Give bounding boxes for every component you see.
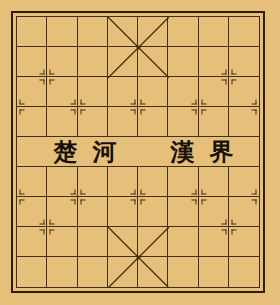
point-marker-soldier	[70, 190, 85, 205]
point-marker-soldier	[131, 190, 146, 205]
river-label-chu: 楚河	[39, 137, 132, 167]
board-cell[interactable]	[229, 257, 259, 287]
point-marker-soldier	[191, 190, 206, 205]
point-marker-cannon	[221, 220, 236, 235]
board-cell[interactable]	[78, 257, 108, 287]
point-marker-soldier	[252, 190, 267, 205]
point-marker-soldier	[191, 100, 206, 115]
board-cell[interactable]	[47, 257, 77, 287]
board-cell[interactable]	[229, 17, 259, 47]
board-cell[interactable]	[78, 47, 108, 77]
xiangqi-board: 楚河 漢界	[0, 0, 280, 305]
board-cell[interactable]	[78, 227, 108, 257]
board-cell[interactable]	[47, 17, 77, 47]
river-label-han: 漢界	[156, 137, 249, 167]
board-cell[interactable]	[17, 257, 47, 287]
point-marker-soldier	[70, 100, 85, 115]
board-cell[interactable]	[199, 17, 229, 47]
point-marker-cannon	[40, 70, 55, 85]
board-cell[interactable]	[78, 17, 108, 47]
board-cell[interactable]	[168, 47, 198, 77]
point-marker-soldier	[131, 100, 146, 115]
board-cell[interactable]	[168, 227, 198, 257]
top-palace-diagonals	[108, 17, 169, 78]
board-cell[interactable]	[168, 17, 198, 47]
point-marker-soldier	[10, 100, 25, 115]
board-cell[interactable]	[17, 17, 47, 47]
board-cell[interactable]	[168, 257, 198, 287]
bottom-palace-diagonals	[108, 227, 169, 288]
point-marker-soldier	[252, 100, 267, 115]
board-cell[interactable]	[199, 257, 229, 287]
point-marker-cannon	[40, 220, 55, 235]
point-marker-soldier	[10, 190, 25, 205]
point-marker-cannon	[221, 70, 236, 85]
